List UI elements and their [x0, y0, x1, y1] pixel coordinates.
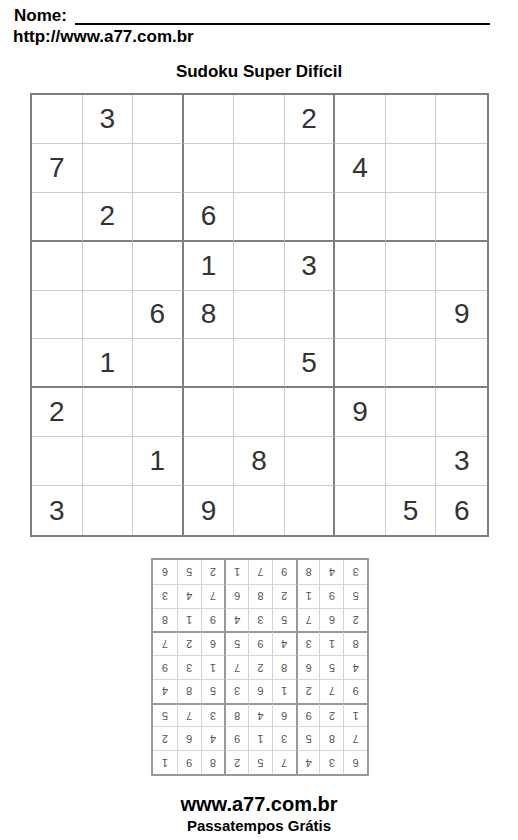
puzzle-cell-r7c2: [83, 388, 134, 437]
solution-cell-r5c2: 5: [319, 655, 343, 679]
solution-cell-r6c6: 5: [224, 631, 248, 655]
solution-cell-r9c8: 5: [177, 560, 201, 584]
solution-cell-r2c6: 9: [224, 726, 248, 750]
solution-cell-r3c2: 2: [319, 703, 343, 727]
solution-cell-r4c8: 8: [177, 679, 201, 703]
solution-cell-r2c9: 2: [153, 726, 177, 750]
puzzle-cell-r3c4: 6: [184, 193, 235, 242]
footer-tagline-text: Passatempos Grátis: [0, 817, 518, 834]
solution-cell-r8c2: 9: [319, 584, 343, 608]
page-title: Sudoku Super Difícil: [0, 62, 518, 82]
solution-cell-r4c4: 1: [272, 679, 296, 703]
puzzle-cell-r6c9: [436, 339, 487, 388]
puzzle-cell-r1c8: [386, 95, 437, 144]
puzzle-cell-r5c9: 9: [436, 291, 487, 340]
solution-cell-r7c3: 7: [296, 608, 320, 632]
solution-cell-r9c2: 4: [319, 560, 343, 584]
solution-cell-r9c3: 8: [296, 560, 320, 584]
solution-cell-r6c7: 6: [201, 631, 225, 655]
puzzle-cell-r9c3: [133, 486, 184, 535]
puzzle-cell-r2c2: [83, 144, 134, 193]
solution-cell-r3c5: 4: [248, 703, 272, 727]
puzzle-cell-r6c6: 5: [285, 339, 336, 388]
puzzle-cell-r9c7: [335, 486, 386, 535]
puzzle-cell-r6c7: [335, 339, 386, 388]
puzzle-cell-r5c4: 8: [184, 291, 235, 340]
solution-cell-r2c5: 1: [248, 726, 272, 750]
puzzle-cell-r5c6: [285, 291, 336, 340]
puzzle-cell-r3c5: [234, 193, 285, 242]
name-blank-line: [75, 6, 490, 25]
puzzle-cell-r4c7: [335, 242, 386, 291]
puzzle-cell-r9c2: [83, 486, 134, 535]
solution-cell-r1c8: 9: [177, 750, 201, 774]
puzzle-cell-r8c1: [32, 437, 83, 486]
puzzle-cell-r3c7: [335, 193, 386, 242]
solution-cell-r8c6: 6: [224, 584, 248, 608]
puzzle-cell-r2c3: [133, 144, 184, 193]
solution-cell-r8c5: 8: [248, 584, 272, 608]
solution-cell-r2c3: 5: [296, 726, 320, 750]
solution-cell-r5c8: 3: [177, 655, 201, 679]
solution-cell-r5c3: 6: [296, 655, 320, 679]
solution-cell-r2c1: 7: [343, 726, 367, 750]
puzzle-cell-r7c8: [386, 388, 437, 437]
solution-cell-r1c7: 8: [201, 750, 225, 774]
puzzle-cell-r8c7: [335, 437, 386, 486]
solution-cell-r4c6: 3: [224, 679, 248, 703]
solution-cell-r5c9: 9: [153, 655, 177, 679]
solution-cell-r7c8: 1: [177, 608, 201, 632]
solution-grid-upside-down: 6347528917853194621296483759721635844568…: [151, 558, 369, 776]
puzzle-cell-r6c2: 1: [83, 339, 134, 388]
solution-cell-r1c4: 7: [272, 750, 296, 774]
puzzle-cell-r1c4: [184, 95, 235, 144]
puzzle-cell-r6c4: [184, 339, 235, 388]
puzzle-cell-r8c8: [386, 437, 437, 486]
solution-cell-r9c4: 9: [272, 560, 296, 584]
puzzle-cell-r2c8: [386, 144, 437, 193]
puzzle-cell-r6c3: [133, 339, 184, 388]
solution-cell-r5c6: 7: [224, 655, 248, 679]
solution-cell-r5c7: 1: [201, 655, 225, 679]
solution-cell-r6c4: 4: [272, 631, 296, 655]
solution-cell-r3c3: 9: [296, 703, 320, 727]
solution-cell-r6c5: 9: [248, 631, 272, 655]
puzzle-cell-r1c2: 3: [83, 95, 134, 144]
puzzle-cell-r4c5: [234, 242, 285, 291]
puzzle-cell-r1c1: [32, 95, 83, 144]
puzzle-cell-r8c6: [285, 437, 336, 486]
solution-cell-r3c9: 5: [153, 703, 177, 727]
puzzle-cell-r3c9: [436, 193, 487, 242]
solution-cell-r8c8: 4: [177, 584, 201, 608]
solution-cell-r2c7: 4: [201, 726, 225, 750]
puzzle-cell-r5c1: [32, 291, 83, 340]
solution-cell-r4c3: 2: [296, 679, 320, 703]
puzzle-cell-r8c5: 8: [234, 437, 285, 486]
solution-cell-r3c6: 8: [224, 703, 248, 727]
puzzle-cell-r2c1: 7: [32, 144, 83, 193]
solution-cell-r1c1: 6: [343, 750, 367, 774]
solution-cell-r1c3: 4: [296, 750, 320, 774]
puzzle-cell-r7c7: 9: [335, 388, 386, 437]
puzzle-cell-r3c8: [386, 193, 437, 242]
puzzle-cell-r5c2: [83, 291, 134, 340]
puzzle-cell-r2c5: [234, 144, 285, 193]
puzzle-cell-r9c6: [285, 486, 336, 535]
solution-cell-r7c9: 8: [153, 608, 177, 632]
puzzle-cell-r7c1: 2: [32, 388, 83, 437]
solution-cell-r7c2: 6: [319, 608, 343, 632]
puzzle-cell-r5c5: [234, 291, 285, 340]
solution-cell-r9c9: 6: [153, 560, 177, 584]
puzzle-cell-r9c8: 5: [386, 486, 437, 535]
solution-cell-r9c6: 1: [224, 560, 248, 584]
solution-cell-r1c6: 2: [224, 750, 248, 774]
puzzle-cell-r4c8: [386, 242, 437, 291]
solution-cell-r4c1: 9: [343, 679, 367, 703]
puzzle-cell-r7c5: [234, 388, 285, 437]
puzzle-cell-r8c3: 1: [133, 437, 184, 486]
puzzle-cell-r5c3: 6: [133, 291, 184, 340]
solution-cell-r6c9: 7: [153, 631, 177, 655]
solution-cell-r3c7: 3: [201, 703, 225, 727]
solution-cell-r4c7: 5: [201, 679, 225, 703]
solution-cell-r5c5: 2: [248, 655, 272, 679]
solution-cell-r7c1: 2: [343, 608, 367, 632]
puzzle-cell-r9c5: [234, 486, 285, 535]
solution-cell-r8c7: 7: [201, 584, 225, 608]
solution-cell-r8c9: 3: [153, 584, 177, 608]
solution-cell-r6c2: 1: [319, 631, 343, 655]
solution-cell-r6c8: 2: [177, 631, 201, 655]
puzzle-cell-r4c3: [133, 242, 184, 291]
puzzle-cell-r6c1: [32, 339, 83, 388]
puzzle-cell-r1c7: [335, 95, 386, 144]
site-url-text: http://www.a77.com.br: [13, 27, 194, 47]
puzzle-cell-r1c6: 2: [285, 95, 336, 144]
puzzle-cell-r4c4: 1: [184, 242, 235, 291]
puzzle-cell-r4c2: [83, 242, 134, 291]
puzzle-cell-r1c3: [133, 95, 184, 144]
puzzle-cell-r7c3: [133, 388, 184, 437]
solution-cell-r7c6: 4: [224, 608, 248, 632]
puzzle-cell-r3c1: [32, 193, 83, 242]
puzzle-cell-r2c4: [184, 144, 235, 193]
puzzle-cell-r9c1: 3: [32, 486, 83, 535]
solution-cell-r5c1: 4: [343, 655, 367, 679]
solution-cell-r4c5: 6: [248, 679, 272, 703]
puzzle-cell-r4c1: [32, 242, 83, 291]
puzzle-cell-r6c5: [234, 339, 285, 388]
puzzle-cell-r2c7: 4: [335, 144, 386, 193]
puzzle-cell-r8c4: [184, 437, 235, 486]
puzzle-cell-r3c3: [133, 193, 184, 242]
solution-cell-r8c4: 2: [272, 584, 296, 608]
puzzle-cell-r1c5: [234, 95, 285, 144]
footer-site-text: www.a77.com.br: [0, 793, 518, 816]
puzzle-cell-r4c6: 3: [285, 242, 336, 291]
puzzle-cell-r7c6: [285, 388, 336, 437]
puzzle-cell-r7c9: [436, 388, 487, 437]
solution-cell-r9c1: 3: [343, 560, 367, 584]
puzzle-cell-r2c9: [436, 144, 487, 193]
puzzle-cell-r9c4: 9: [184, 486, 235, 535]
sudoku-grid: 3274261368915291833956: [30, 93, 489, 537]
solution-cell-r3c4: 6: [272, 703, 296, 727]
name-label: Nome:: [14, 6, 67, 25]
puzzle-cell-r3c6: [285, 193, 336, 242]
solution-cell-r8c3: 1: [296, 584, 320, 608]
puzzle-cell-r6c8: [386, 339, 437, 388]
puzzle-cell-r8c2: [83, 437, 134, 486]
solution-cell-r2c8: 6: [177, 726, 201, 750]
solution-cell-r7c7: 9: [201, 608, 225, 632]
solution-cell-r7c4: 5: [272, 608, 296, 632]
solution-cell-r4c9: 4: [153, 679, 177, 703]
solution-cell-r6c1: 8: [343, 631, 367, 655]
puzzle-cell-r7c4: [184, 388, 235, 437]
solution-cell-r2c4: 3: [272, 726, 296, 750]
solution-cell-r1c2: 3: [319, 750, 343, 774]
puzzle-cell-r5c7: [335, 291, 386, 340]
solution-cell-r9c5: 7: [248, 560, 272, 584]
puzzle-cell-r4c9: [436, 242, 487, 291]
name-row: Nome:: [14, 6, 490, 25]
solution-cell-r1c5: 5: [248, 750, 272, 774]
puzzle-cell-r2c6: [285, 144, 336, 193]
solution-cell-r7c5: 3: [248, 608, 272, 632]
solution-cell-r3c1: 1: [343, 703, 367, 727]
puzzle-cell-r9c9: 6: [436, 486, 487, 535]
puzzle-cell-r3c2: 2: [83, 193, 134, 242]
puzzle-cell-r1c9: [436, 95, 487, 144]
solution-cell-r1c9: 1: [153, 750, 177, 774]
solution-cell-r5c4: 8: [272, 655, 296, 679]
puzzle-cell-r5c8: [386, 291, 437, 340]
solution-cell-r8c1: 5: [343, 584, 367, 608]
puzzle-cell-r8c9: 3: [436, 437, 487, 486]
solution-cell-r2c2: 8: [319, 726, 343, 750]
solution-cell-r6c3: 3: [296, 631, 320, 655]
solution-cell-r9c7: 2: [201, 560, 225, 584]
solution-cell-r3c8: 7: [177, 703, 201, 727]
solution-cell-r4c2: 7: [319, 679, 343, 703]
